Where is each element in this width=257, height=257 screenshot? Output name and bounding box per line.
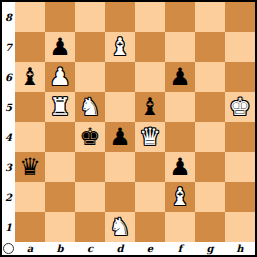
square-h4[interactable] <box>225 122 255 152</box>
square-b8[interactable] <box>45 2 75 32</box>
square-a1[interactable] <box>15 212 45 242</box>
square-d2[interactable] <box>105 182 135 212</box>
square-h7[interactable] <box>225 32 255 62</box>
square-b5[interactable]: ♜ <box>45 92 75 122</box>
square-b3[interactable] <box>45 152 75 182</box>
square-a7[interactable] <box>15 32 45 62</box>
black-pawn: ♟ <box>49 32 71 62</box>
square-e2[interactable] <box>135 182 165 212</box>
rank-label-3: 3 <box>2 152 15 182</box>
square-a3[interactable]: ♛ <box>15 152 45 182</box>
square-h6[interactable] <box>225 62 255 92</box>
square-h2[interactable] <box>225 182 255 212</box>
square-c7[interactable] <box>75 32 105 62</box>
square-c2[interactable] <box>75 182 105 212</box>
white-knight: ♞ <box>109 212 131 242</box>
black-queen: ♛ <box>19 152 41 182</box>
square-d3[interactable] <box>105 152 135 182</box>
square-e5[interactable]: ♝ <box>135 92 165 122</box>
square-d8[interactable] <box>105 2 135 32</box>
square-f8[interactable] <box>165 2 195 32</box>
file-label-b: b <box>45 242 75 255</box>
square-g4[interactable] <box>195 122 225 152</box>
square-d6[interactable] <box>105 62 135 92</box>
black-pawn: ♟ <box>169 62 191 92</box>
square-g2[interactable] <box>195 182 225 212</box>
square-c4[interactable]: ♚ <box>75 122 105 152</box>
file-labels: abcdefgh <box>15 242 255 255</box>
square-g5[interactable] <box>195 92 225 122</box>
rank-labels: 87654321 <box>2 2 15 242</box>
black-bishop: ♝ <box>139 92 161 122</box>
square-d5[interactable] <box>105 92 135 122</box>
square-f4[interactable] <box>165 122 195 152</box>
black-pawn: ♟ <box>169 152 191 182</box>
square-g7[interactable] <box>195 32 225 62</box>
square-h5[interactable]: ♚ <box>225 92 255 122</box>
rank-label-1: 1 <box>2 212 15 242</box>
square-e3[interactable] <box>135 152 165 182</box>
rank-label-2: 2 <box>2 182 15 212</box>
square-c1[interactable] <box>75 212 105 242</box>
file-label-e: e <box>135 242 165 255</box>
square-e6[interactable] <box>135 62 165 92</box>
white-bishop: ♝ <box>109 32 131 62</box>
black-bishop: ♝ <box>19 62 41 92</box>
file-label-h: h <box>225 242 255 255</box>
square-a4[interactable] <box>15 122 45 152</box>
square-f7[interactable] <box>165 32 195 62</box>
square-d7[interactable]: ♝ <box>105 32 135 62</box>
white-to-move-icon <box>3 243 14 254</box>
chess-board: ♟♝♝♟♟♜♞♝♚♚♟♛♛♟♝♞ <box>15 2 255 242</box>
square-b7[interactable]: ♟ <box>45 32 75 62</box>
square-e4[interactable]: ♛ <box>135 122 165 152</box>
file-label-a: a <box>15 242 45 255</box>
square-f6[interactable]: ♟ <box>165 62 195 92</box>
square-a5[interactable] <box>15 92 45 122</box>
white-knight: ♞ <box>79 92 101 122</box>
square-g6[interactable] <box>195 62 225 92</box>
square-h8[interactable] <box>225 2 255 32</box>
square-e1[interactable] <box>135 212 165 242</box>
square-b4[interactable] <box>45 122 75 152</box>
square-f5[interactable] <box>165 92 195 122</box>
square-f3[interactable]: ♟ <box>165 152 195 182</box>
turn-indicator[interactable] <box>2 242 15 255</box>
square-a2[interactable] <box>15 182 45 212</box>
file-label-g: g <box>195 242 225 255</box>
square-c5[interactable]: ♞ <box>75 92 105 122</box>
square-g1[interactable] <box>195 212 225 242</box>
rank-label-4: 4 <box>2 122 15 152</box>
square-e7[interactable] <box>135 32 165 62</box>
rank-label-8: 8 <box>2 2 15 32</box>
square-d1[interactable]: ♞ <box>105 212 135 242</box>
file-label-d: d <box>105 242 135 255</box>
square-b2[interactable] <box>45 182 75 212</box>
square-d4[interactable]: ♟ <box>105 122 135 152</box>
white-pawn: ♟ <box>49 62 71 92</box>
square-b1[interactable] <box>45 212 75 242</box>
square-h1[interactable] <box>225 212 255 242</box>
bottom-strip: abcdefgh <box>2 242 255 255</box>
square-e8[interactable] <box>135 2 165 32</box>
square-g3[interactable] <box>195 152 225 182</box>
white-queen: ♛ <box>139 122 161 152</box>
chess-diagram: 87654321 ♟♝♝♟♟♜♞♝♚♚♟♛♛♟♝♞ abcdefgh <box>0 0 257 257</box>
white-bishop: ♝ <box>169 182 191 212</box>
white-king: ♚ <box>229 92 251 122</box>
rank-label-5: 5 <box>2 92 15 122</box>
white-rook: ♜ <box>49 92 71 122</box>
square-f1[interactable] <box>165 212 195 242</box>
file-label-c: c <box>75 242 105 255</box>
square-f2[interactable]: ♝ <box>165 182 195 212</box>
square-a8[interactable] <box>15 2 45 32</box>
square-c8[interactable] <box>75 2 105 32</box>
square-h3[interactable] <box>225 152 255 182</box>
board-area: 87654321 ♟♝♝♟♟♜♞♝♚♚♟♛♛♟♝♞ <box>2 2 255 242</box>
square-a6[interactable]: ♝ <box>15 62 45 92</box>
black-king: ♚ <box>79 122 101 152</box>
file-label-f: f <box>165 242 195 255</box>
square-b6[interactable]: ♟ <box>45 62 75 92</box>
rank-label-7: 7 <box>2 32 15 62</box>
square-g8[interactable] <box>195 2 225 32</box>
black-pawn: ♟ <box>109 122 131 152</box>
rank-label-6: 6 <box>2 62 15 92</box>
square-c6[interactable] <box>75 62 105 92</box>
square-c3[interactable] <box>75 152 105 182</box>
